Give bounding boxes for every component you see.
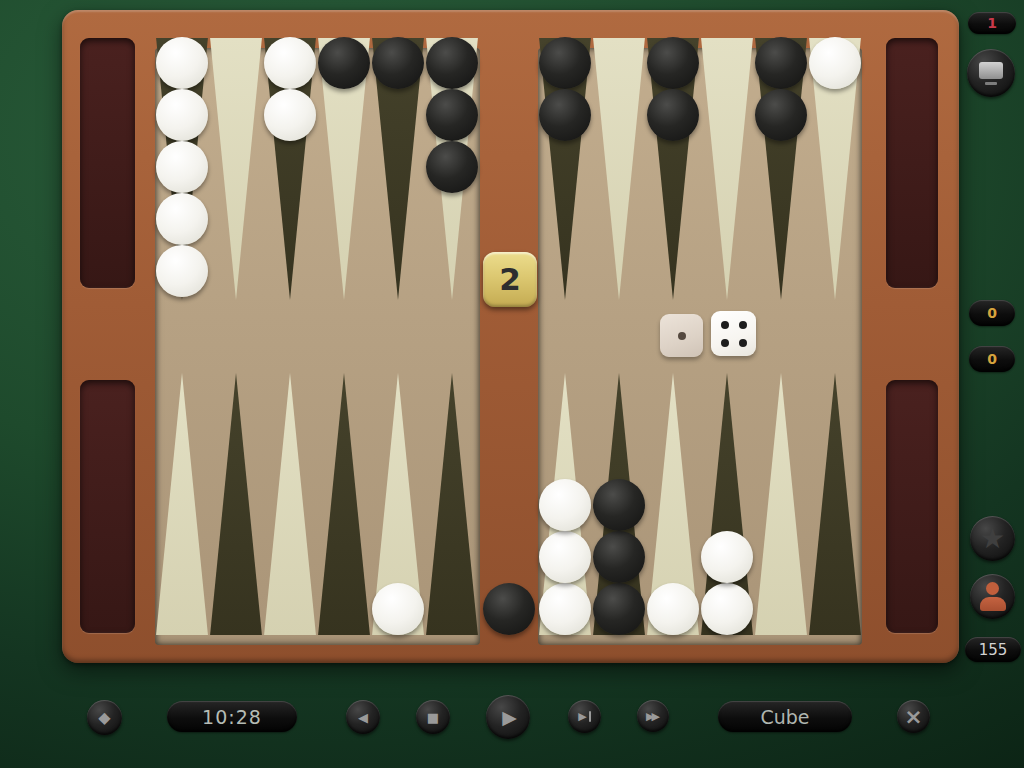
white-checker-point-4[interactable] — [647, 583, 699, 635]
black-checker-point-21[interactable] — [647, 89, 699, 141]
die-pip — [721, 321, 729, 329]
die-pip — [739, 339, 747, 347]
white-checker-point-13[interactable] — [156, 37, 208, 89]
counter-top-badge: 0 — [969, 300, 1015, 326]
person-icon-body — [980, 597, 1006, 611]
stop-icon: ■ — [427, 711, 439, 724]
cube-button-label: Cube — [760, 706, 809, 728]
pip-count-value: 155 — [979, 641, 1008, 659]
star-icon: ★ — [980, 525, 1005, 553]
close-icon: × — [904, 706, 922, 728]
white-checker-point-6[interactable] — [539, 531, 591, 583]
white-checker-point-8[interactable] — [372, 583, 424, 635]
close-button[interactable]: × — [897, 700, 930, 733]
white-checker-point-6[interactable] — [539, 479, 591, 531]
black-checker-point-19[interactable] — [539, 37, 591, 89]
black-checker-point-17[interactable] — [372, 37, 424, 89]
play-button[interactable]: ▶ — [486, 695, 530, 739]
stop-button[interactable]: ■ — [416, 700, 450, 734]
counter-top-value: 0 — [987, 305, 997, 321]
white-checker-point-15[interactable] — [264, 37, 316, 89]
die-pip — [739, 321, 747, 329]
black-checker-point-23[interactable] — [755, 89, 807, 141]
cube-button[interactable]: Cube — [718, 701, 852, 732]
back-button[interactable]: ◀ — [346, 700, 380, 734]
white-checker-point-13[interactable] — [156, 89, 208, 141]
counter-bottom-badge: 0 — [969, 346, 1015, 372]
timer-display: 10:28 — [167, 701, 297, 732]
die-pip — [721, 339, 729, 347]
score-badge: 1 — [968, 12, 1016, 34]
board-left-half — [155, 48, 480, 645]
die-1-value-1[interactable] — [660, 314, 703, 357]
white-checker-point-13[interactable] — [156, 141, 208, 193]
bear-off-tray-bottom-left[interactable] — [80, 380, 135, 633]
black-checker-point-18[interactable] — [426, 89, 478, 141]
skip-to-end-button[interactable]: ▶ — [568, 700, 601, 733]
back-icon: ◀ — [358, 711, 368, 724]
counter-bottom-value: 0 — [987, 351, 997, 367]
play-icon: ▶ — [502, 708, 517, 727]
fast-forward-button[interactable]: ▶▶ — [637, 700, 669, 732]
black-checker-point-19[interactable] — [539, 89, 591, 141]
skip-to-end-icon-bar — [589, 711, 591, 722]
die-2-value-4[interactable] — [711, 311, 756, 356]
black-checker-point-21[interactable] — [647, 37, 699, 89]
bear-off-tray-bottom-right[interactable] — [886, 380, 938, 633]
diamond-button[interactable]: ◆ — [87, 700, 122, 735]
white-checker-point-13[interactable] — [156, 193, 208, 245]
white-checker-point-3[interactable] — [701, 531, 753, 583]
black-checker-bar[interactable] — [483, 583, 535, 635]
black-checker-point-5[interactable] — [593, 583, 645, 635]
player-button[interactable] — [970, 574, 1015, 619]
person-icon — [986, 582, 999, 595]
monitor-button[interactable] — [967, 49, 1015, 97]
black-checker-point-23[interactable] — [755, 37, 807, 89]
skip-to-end-icon: ▶ — [578, 711, 586, 722]
score-value: 1 — [987, 15, 997, 31]
white-checker-point-6[interactable] — [539, 583, 591, 635]
bear-off-tray-top-right[interactable] — [886, 38, 938, 288]
black-checker-point-5[interactable] — [593, 531, 645, 583]
monitor-icon-stand — [985, 82, 997, 85]
game-table: 2 1 0 0 ★ 155 ◆ 10:28 ◀ ■ ▶ ▶ ▶▶ — [0, 0, 1024, 768]
bear-off-tray-top-left[interactable] — [80, 38, 135, 288]
white-checker-point-3[interactable] — [701, 583, 753, 635]
timer-value: 10:28 — [202, 706, 262, 728]
black-checker-point-5[interactable] — [593, 479, 645, 531]
black-checker-point-16[interactable] — [318, 37, 370, 89]
die-pip — [678, 332, 686, 340]
monitor-icon — [979, 62, 1003, 79]
doubling-cube-value: 2 — [499, 264, 521, 295]
white-checker-point-13[interactable] — [156, 245, 208, 297]
black-checker-point-18[interactable] — [426, 37, 478, 89]
white-checker-point-15[interactable] — [264, 89, 316, 141]
black-checker-point-18[interactable] — [426, 141, 478, 193]
diamond-icon: ◆ — [98, 710, 110, 726]
white-checker-point-24[interactable] — [809, 37, 861, 89]
doubling-cube[interactable]: 2 — [483, 252, 537, 307]
fast-forward-icon: ▶▶ — [646, 711, 657, 722]
star-button[interactable]: ★ — [970, 516, 1015, 561]
pip-count-badge: 155 — [965, 637, 1021, 662]
